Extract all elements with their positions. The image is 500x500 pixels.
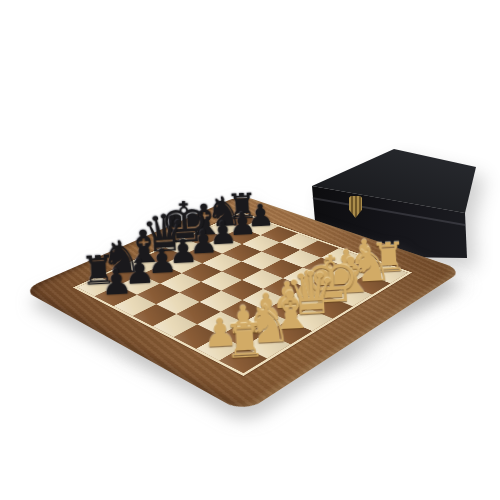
board-scene: ♜♞♝♛♚♝♞♜♟♟♟♟♟♟♟♟♟♟♟♟♟♟♟♟♜♞♝♛♚♝♞♜ (0, 0, 500, 500)
black-pawn-glyph: ♟ (100, 264, 133, 300)
square-a7: ♟ (95, 285, 137, 305)
chess-board: ♜♞♝♛♚♝♞♜♟♟♟♟♟♟♟♟♟♟♟♟♟♟♟♟♜♞♝♛♚♝♞♜ (22, 195, 463, 413)
white-rook-glyph: ♜ (222, 316, 266, 365)
chess-set-photo: ♜♞♝♛♚♝♞♜♟♟♟♟♟♟♟♟♟♟♟♟♟♟♟♟♜♞♝♛♚♝♞♜ (0, 0, 500, 500)
board-squares: ♜♞♝♛♚♝♞♜♟♟♟♟♟♟♟♟♟♟♟♟♟♟♟♟♜♞♝♛♚♝♞♜ (73, 212, 412, 376)
piece-white-rook-a1: ♜ (228, 360, 262, 362)
piece-black-pawn-a7: ♟ (102, 295, 132, 297)
square-a1: ♜ (219, 347, 267, 374)
